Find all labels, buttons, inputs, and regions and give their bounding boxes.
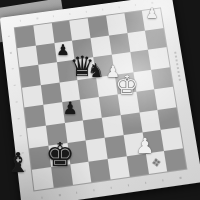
white-pawn-g2[interactable]: ♟ bbox=[136, 136, 155, 157]
black-king-c1[interactable]: ♚ bbox=[45, 138, 75, 171]
black-pawn-c4[interactable]: ♟ bbox=[62, 100, 77, 117]
pieces-layer: ♟♟♛♞♟♚♟♟♝♚ bbox=[0, 0, 200, 200]
black-pawn-b7[interactable]: ♟ bbox=[56, 43, 69, 58]
black-knight-d6[interactable]: ♞ bbox=[87, 61, 104, 80]
white-king-f5[interactable]: ♚ bbox=[115, 72, 138, 98]
photo-background: ❖ ♟♟♛♞♟♚♟♟♝♚ bbox=[0, 0, 200, 200]
black-bishop-a1[interactable]: ♝ bbox=[6, 149, 30, 176]
white-pawn-h8[interactable]: ♟ bbox=[146, 6, 159, 20]
